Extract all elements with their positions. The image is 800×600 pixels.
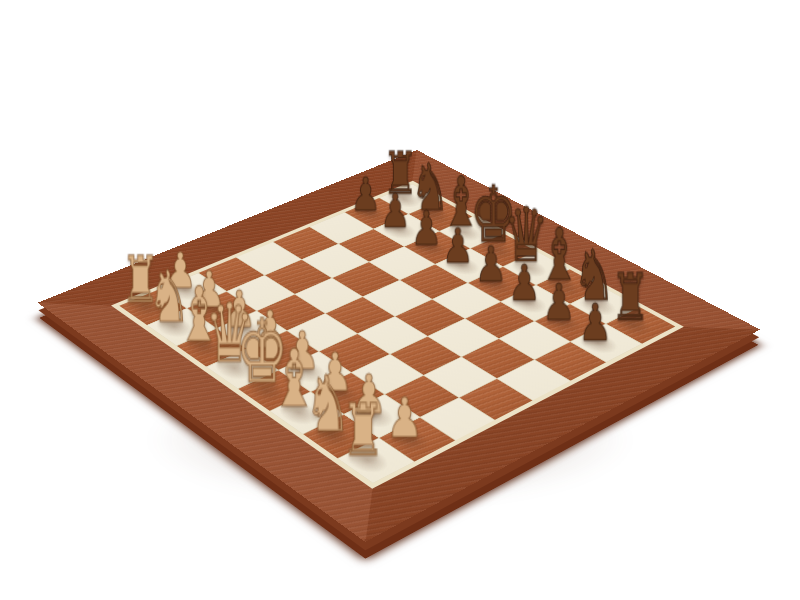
square-d4 <box>326 297 394 333</box>
square-e5 <box>396 299 464 335</box>
stage: ♜♞♝♚♛♝♞♜♟♟♟♟♟♟♟♟♟♟♟♟♟♟♟♟♜♞♝♛♚♝♞♜ <box>0 0 800 600</box>
piece-white-rook-h1: ♜ <box>336 394 390 466</box>
piece-black-pawn-h7: ♟ <box>570 297 620 348</box>
